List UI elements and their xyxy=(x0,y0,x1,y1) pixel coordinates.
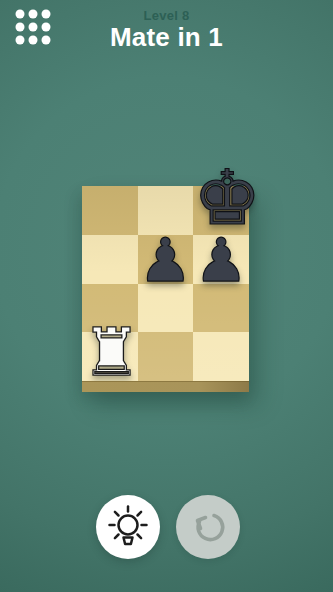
hint-button[interactable] xyxy=(96,495,160,559)
lightbulb-icon xyxy=(96,495,160,559)
chess-board: ♚ ♟ ♟ ♜ xyxy=(82,186,249,391)
piece-white-rook-a1[interactable]: ♜ xyxy=(82,332,138,381)
square-c1[interactable] xyxy=(193,332,249,381)
undo-button[interactable] xyxy=(176,495,240,559)
undo-arrow-icon xyxy=(176,495,240,559)
black-pawn-glyph: ♟ xyxy=(138,230,194,290)
square-a3[interactable] xyxy=(82,235,138,284)
app-screen: Level 8 Mate in 1 xyxy=(0,0,333,592)
level-label: Level 8 xyxy=(0,8,333,23)
piece-black-pawn-c3[interactable]: ♟ xyxy=(193,235,249,284)
white-rook-glyph: ♜ xyxy=(82,320,138,386)
square-a4[interactable] xyxy=(82,186,138,235)
square-b1[interactable] xyxy=(138,332,194,381)
board-bottom-edge xyxy=(82,381,249,392)
black-pawn-glyph: ♟ xyxy=(193,230,249,290)
page-title: Mate in 1 xyxy=(0,22,333,53)
piece-black-pawn-b3[interactable]: ♟ xyxy=(138,235,194,284)
